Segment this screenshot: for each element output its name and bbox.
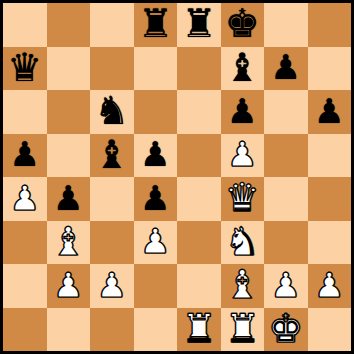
- piece-black-bishop[interactable]: ♝: [94, 135, 129, 174]
- chess-board-frame: ♜♜♚♛♝♟♞♟♟♟♝♟♟♟♟♟♛♝♟♞♟♟♝♟♟♜♜♚: [0, 0, 354, 354]
- piece-black-queen[interactable]: ♛: [7, 48, 42, 87]
- square-a1[interactable]: [3, 308, 47, 352]
- square-d2[interactable]: [134, 264, 178, 308]
- square-h6[interactable]: ♟: [308, 90, 352, 134]
- square-f6[interactable]: ♟: [221, 90, 265, 134]
- piece-black-pawn[interactable]: ♟: [10, 137, 40, 171]
- square-f1[interactable]: ♜: [221, 308, 265, 352]
- square-c2[interactable]: ♟: [90, 264, 134, 308]
- square-b1[interactable]: [47, 308, 91, 352]
- square-h1[interactable]: [308, 308, 352, 352]
- square-g5[interactable]: [264, 134, 308, 178]
- square-e5[interactable]: [177, 134, 221, 178]
- piece-white-queen[interactable]: ♛: [225, 178, 260, 217]
- piece-black-pawn[interactable]: ♟: [271, 50, 301, 84]
- piece-white-pawn[interactable]: ♟: [10, 181, 40, 215]
- square-b2[interactable]: ♟: [47, 264, 91, 308]
- square-d4[interactable]: ♟: [134, 177, 178, 221]
- square-e8[interactable]: ♜: [177, 3, 221, 47]
- square-f2[interactable]: ♝: [221, 264, 265, 308]
- square-a2[interactable]: [3, 264, 47, 308]
- square-h8[interactable]: [308, 3, 352, 47]
- square-c6[interactable]: ♞: [90, 90, 134, 134]
- square-b6[interactable]: [47, 90, 91, 134]
- piece-white-pawn[interactable]: ♟: [314, 268, 344, 302]
- piece-black-bishop[interactable]: ♝: [225, 48, 260, 87]
- square-e4[interactable]: [177, 177, 221, 221]
- piece-white-bishop[interactable]: ♝: [51, 222, 86, 261]
- piece-white-king[interactable]: ♚: [268, 309, 303, 348]
- piece-white-pawn[interactable]: ♟: [271, 268, 301, 302]
- square-c7[interactable]: [90, 47, 134, 91]
- square-a3[interactable]: [3, 221, 47, 265]
- piece-white-pawn[interactable]: ♟: [53, 268, 83, 302]
- square-b3[interactable]: ♝: [47, 221, 91, 265]
- square-a6[interactable]: [3, 90, 47, 134]
- square-f4[interactable]: ♛: [221, 177, 265, 221]
- piece-black-rook[interactable]: ♜: [181, 4, 216, 43]
- square-h5[interactable]: [308, 134, 352, 178]
- square-d3[interactable]: ♟: [134, 221, 178, 265]
- square-d5[interactable]: ♟: [134, 134, 178, 178]
- square-c8[interactable]: [90, 3, 134, 47]
- piece-white-bishop[interactable]: ♝: [225, 265, 260, 304]
- piece-white-pawn[interactable]: ♟: [97, 268, 127, 302]
- square-h7[interactable]: [308, 47, 352, 91]
- piece-black-pawn[interactable]: ♟: [227, 94, 257, 128]
- square-a7[interactable]: ♛: [3, 47, 47, 91]
- piece-white-rook[interactable]: ♜: [225, 309, 260, 348]
- square-g3[interactable]: [264, 221, 308, 265]
- square-f7[interactable]: ♝: [221, 47, 265, 91]
- piece-black-pawn[interactable]: ♟: [53, 181, 83, 215]
- square-h4[interactable]: [308, 177, 352, 221]
- square-a4[interactable]: ♟: [3, 177, 47, 221]
- piece-black-pawn[interactable]: ♟: [314, 94, 344, 128]
- square-b7[interactable]: [47, 47, 91, 91]
- square-c1[interactable]: [90, 308, 134, 352]
- square-g6[interactable]: [264, 90, 308, 134]
- chess-board: ♜♜♚♛♝♟♞♟♟♟♝♟♟♟♟♟♛♝♟♞♟♟♝♟♟♜♜♚: [3, 3, 351, 351]
- square-f8[interactable]: ♚: [221, 3, 265, 47]
- square-d6[interactable]: [134, 90, 178, 134]
- piece-white-pawn[interactable]: ♟: [140, 224, 170, 258]
- piece-white-pawn[interactable]: ♟: [227, 137, 257, 171]
- square-c5[interactable]: ♝: [90, 134, 134, 178]
- piece-black-pawn[interactable]: ♟: [140, 137, 170, 171]
- piece-black-rook[interactable]: ♜: [138, 4, 173, 43]
- square-f5[interactable]: ♟: [221, 134, 265, 178]
- square-g2[interactable]: ♟: [264, 264, 308, 308]
- square-e3[interactable]: [177, 221, 221, 265]
- square-d8[interactable]: ♜: [134, 3, 178, 47]
- square-e2[interactable]: [177, 264, 221, 308]
- piece-black-king[interactable]: ♚: [225, 4, 260, 43]
- square-g8[interactable]: [264, 3, 308, 47]
- square-d7[interactable]: [134, 47, 178, 91]
- square-h2[interactable]: ♟: [308, 264, 352, 308]
- square-a5[interactable]: ♟: [3, 134, 47, 178]
- square-c4[interactable]: [90, 177, 134, 221]
- square-e1[interactable]: ♜: [177, 308, 221, 352]
- square-c3[interactable]: [90, 221, 134, 265]
- square-h3[interactable]: [308, 221, 352, 265]
- square-a8[interactable]: [3, 3, 47, 47]
- square-g4[interactable]: [264, 177, 308, 221]
- square-d1[interactable]: [134, 308, 178, 352]
- square-e6[interactable]: [177, 90, 221, 134]
- square-b8[interactable]: [47, 3, 91, 47]
- square-b4[interactable]: ♟: [47, 177, 91, 221]
- square-g7[interactable]: ♟: [264, 47, 308, 91]
- piece-black-pawn[interactable]: ♟: [140, 181, 170, 215]
- square-f3[interactable]: ♞: [221, 221, 265, 265]
- piece-white-knight[interactable]: ♞: [225, 222, 260, 261]
- square-g1[interactable]: ♚: [264, 308, 308, 352]
- piece-white-rook[interactable]: ♜: [181, 309, 216, 348]
- square-b5[interactable]: [47, 134, 91, 178]
- square-e7[interactable]: [177, 47, 221, 91]
- piece-black-knight[interactable]: ♞: [94, 91, 129, 130]
